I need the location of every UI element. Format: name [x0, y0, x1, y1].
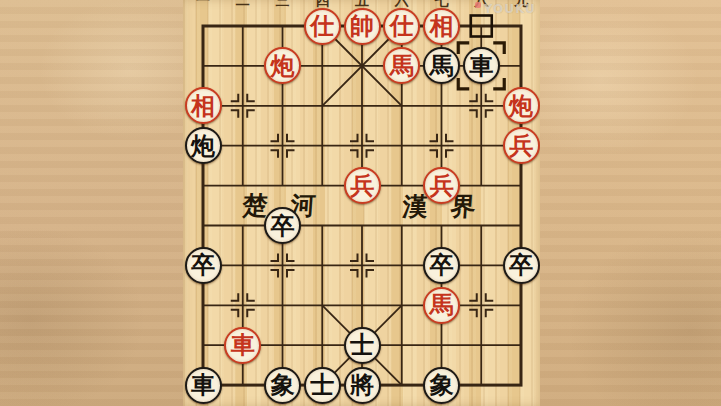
piece-black-卒-f1r7[interactable]: 卒 [185, 247, 222, 284]
background-blur-left [0, 0, 183, 406]
piece-red-相-f7r1[interactable]: 相 [423, 8, 460, 45]
piece-red-兵-f9r4[interactable]: 兵 [503, 127, 540, 164]
piece-black-士-f5r9[interactable]: 士 [344, 327, 381, 364]
piece-red-仕-f6r1[interactable]: 仕 [383, 8, 420, 45]
piece-black-車-f1r10[interactable]: 車 [185, 367, 222, 404]
file-label-8: 八 [470, 0, 492, 7]
xiangqi-board: 一二三四五六七八九 楚河漢界 仕帥仕相炮馬馬車相炮炮兵兵兵卒卒卒卒馬車士車象士將… [183, 0, 540, 406]
piece-black-士-f4r10[interactable]: 士 [304, 367, 341, 404]
piece-black-卒-f9r7[interactable]: 卒 [503, 247, 540, 284]
file-label-2: 二 [232, 0, 254, 7]
piece-black-將-f5r10[interactable]: 將 [344, 367, 381, 404]
piece-black-炮-f1r4[interactable]: 炮 [185, 127, 222, 164]
file-label-6: 六 [391, 0, 413, 7]
piece-red-相-f1r3[interactable]: 相 [185, 87, 222, 124]
piece-black-象-f7r10[interactable]: 象 [423, 367, 460, 404]
piece-red-兵-f7r5[interactable]: 兵 [423, 167, 460, 204]
file-label-4: 四 [311, 0, 333, 7]
piece-red-仕-f4r1[interactable]: 仕 [304, 8, 341, 45]
file-label-3: 三 [272, 0, 294, 7]
piece-red-兵-f5r5[interactable]: 兵 [344, 167, 381, 204]
piece-red-馬-f7r8[interactable]: 馬 [423, 287, 460, 324]
background-blur-right [540, 0, 721, 406]
piece-black-卒-f7r7[interactable]: 卒 [423, 247, 460, 284]
file-label-7: 七 [431, 0, 453, 7]
piece-black-卒-f3r6[interactable]: 卒 [264, 207, 301, 244]
piece-red-炮-f9r3[interactable]: 炮 [503, 87, 540, 124]
piece-red-帥-f5r1[interactable]: 帥 [344, 8, 381, 45]
file-label-9: 九 [510, 0, 532, 7]
video-frame: 一二三四五六七八九 楚河漢界 仕帥仕相炮馬馬車相炮炮兵兵兵卒卒卒卒馬車士車象士將… [0, 0, 721, 406]
file-label-5: 五 [351, 0, 373, 7]
piece-black-象-f3r10[interactable]: 象 [264, 367, 301, 404]
file-label-1: 一 [192, 0, 214, 7]
piece-black-車-f8r2[interactable]: 車 [463, 47, 500, 84]
piece-red-車-f2r9[interactable]: 車 [224, 327, 261, 364]
